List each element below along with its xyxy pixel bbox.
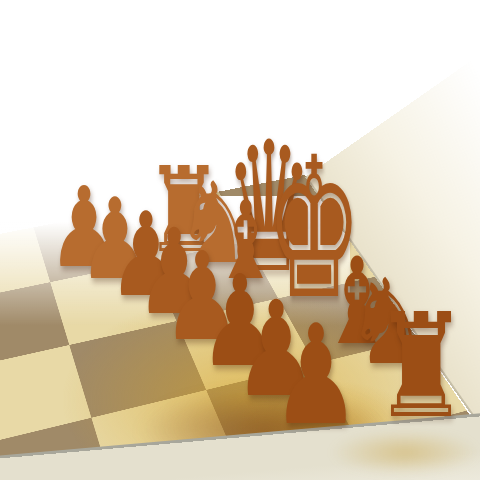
pieces-layer: ♜♞♛♝♟♟♟♚♟♟♝♞♟♟♜♟ (0, 0, 480, 480)
brown-rook: ♜ (373, 294, 469, 438)
brown-pawn: ♟ (271, 307, 360, 445)
chess-set-product-photo: ♜♞♛♝♟♟♟♚♟♟♝♞♟♟♜♟ (0, 0, 480, 480)
